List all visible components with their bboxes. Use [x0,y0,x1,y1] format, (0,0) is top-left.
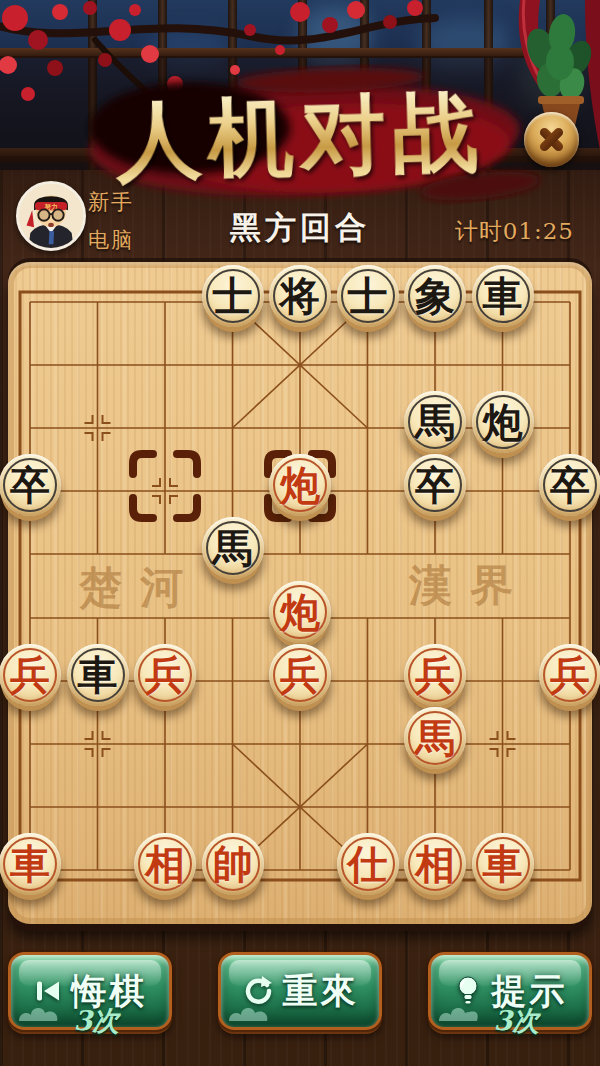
timer: 计时01:25 [455,216,574,247]
board-piece-black[interactable]: 車 [67,644,129,706]
undo-count-badge: 3次 [73,1003,119,1039]
board-piece-black[interactable]: 馬 [202,517,264,579]
undo-button[interactable]: 悔棋 3次 [8,952,172,1030]
hint-count-badge: 3次 [493,1003,539,1039]
skip-back-icon [33,976,63,1006]
board-piece-red[interactable]: 炮 [269,454,331,516]
board-piece-red[interactable]: 兵 [404,644,466,706]
close-button[interactable] [524,112,579,167]
board-piece-black[interactable]: 士 [337,265,399,327]
board-piece-black[interactable]: 車 [472,265,534,327]
board-piece-red[interactable]: 相 [404,833,466,895]
board-piece-red[interactable]: 炮 [269,581,331,643]
hint-button[interactable]: 提示 3次 [428,952,592,1030]
board-piece-black[interactable]: 象 [404,265,466,327]
board-piece-red[interactable]: 兵 [134,644,196,706]
board-piece-red[interactable]: 車 [0,833,61,895]
board-piece-red[interactable]: 相 [134,833,196,895]
river-label-right: 漢界 [409,557,531,615]
board-piece-black[interactable]: 卒 [404,454,466,516]
refresh-icon [242,975,274,1007]
board-piece-red[interactable]: 兵 [539,644,600,706]
page-title: 人机对战 [0,78,600,195]
board-piece-red[interactable]: 仕 [337,833,399,895]
board-piece-red[interactable]: 兵 [269,644,331,706]
board-piece-black[interactable]: 卒 [0,454,61,516]
board-piece-red[interactable]: 兵 [0,644,61,706]
restart-button[interactable]: 重來 [218,952,382,1030]
board-piece-red[interactable]: 馬 [404,707,466,769]
xiangqi-board[interactable]: 楚河 漢界 士将士象車馬炮卒卒卒馬車炮炮兵兵兵兵兵馬車相帥仕相車 [8,262,592,924]
board-piece-black[interactable]: 炮 [472,391,534,453]
board-piece-black[interactable]: 士 [202,265,264,327]
board-piece-black[interactable]: 卒 [539,454,600,516]
app-screen: 人机对战 努力 新手 电脑 黑方回合 计时01:25 楚河 漢界 [0,0,600,1066]
board-piece-black[interactable]: 将 [269,265,331,327]
board-piece-red[interactable]: 車 [472,833,534,895]
board-piece-red[interactable]: 帥 [202,833,264,895]
bulb-icon [453,975,483,1007]
river-label-left: 楚河 [79,559,201,617]
board-piece-black[interactable]: 馬 [404,391,466,453]
